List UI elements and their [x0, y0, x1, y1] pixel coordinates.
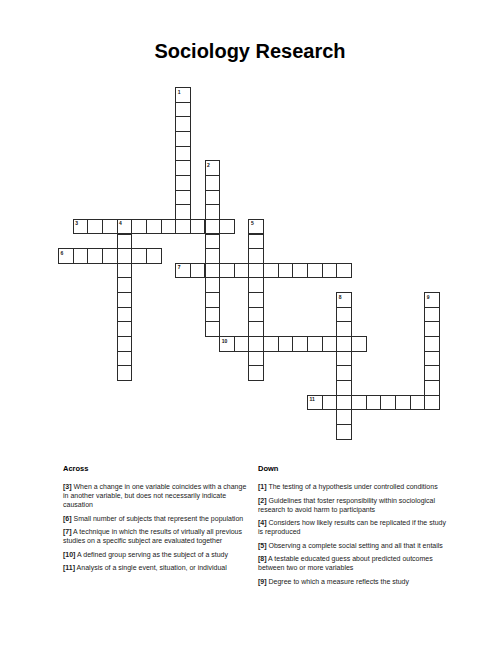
clue-number-label: [7]	[63, 528, 72, 535]
grid-cell[interactable]	[190, 263, 206, 279]
clue-item: [1] The testing of a hypothesis under co…	[258, 482, 448, 491]
down-clues-section: Down [1] The testing of a hypothesis und…	[258, 464, 448, 590]
grid-cell[interactable]	[424, 365, 440, 381]
across-clues-section: Across [3] When a change in one variable…	[63, 464, 253, 577]
grid-cell[interactable]	[351, 336, 367, 352]
grid-cell[interactable]	[248, 307, 264, 323]
clue-item: [3] When a change in one variable coinci…	[63, 482, 253, 509]
grid-cell[interactable]	[336, 424, 352, 440]
clue-number-label: [11]	[63, 564, 75, 571]
grid-cell[interactable]	[205, 175, 221, 191]
grid-cell[interactable]	[366, 395, 382, 411]
across-clue-list: [3] When a change in one variable coinci…	[63, 482, 253, 572]
grid-cell[interactable]	[424, 351, 440, 367]
grid-cell[interactable]	[248, 321, 264, 337]
clue-number-label: [8]	[258, 555, 267, 562]
grid-cell[interactable]	[351, 395, 367, 411]
grid-cell[interactable]	[205, 321, 221, 337]
clue-number-label: [3]	[63, 483, 72, 490]
grid-cell[interactable]	[234, 263, 250, 279]
grid-cell[interactable]	[336, 351, 352, 367]
grid-cell[interactable]	[117, 263, 133, 279]
grid-cell[interactable]	[131, 219, 147, 235]
grid-cell[interactable]	[322, 263, 338, 279]
grid-cell[interactable]	[205, 263, 221, 279]
grid-cell[interactable]	[146, 248, 162, 264]
clue-item: [10] A defined group serving as the subj…	[63, 550, 253, 559]
grid-cell[interactable]	[322, 395, 338, 411]
grid-cell[interactable]	[205, 219, 221, 235]
clue-number: 7	[178, 264, 181, 270]
grid-cell[interactable]	[87, 219, 103, 235]
across-header: Across	[63, 464, 253, 473]
grid-cell[interactable]	[424, 307, 440, 323]
grid-cell[interactable]	[205, 277, 221, 293]
grid-cell[interactable]	[263, 263, 279, 279]
grid-cell[interactable]	[336, 365, 352, 381]
grid-cell[interactable]	[175, 190, 191, 206]
grid-cell[interactable]	[205, 292, 221, 308]
grid-cell[interactable]	[234, 336, 250, 352]
clue-number-label: [4]	[258, 519, 267, 526]
grid-cell[interactable]	[219, 263, 235, 279]
clue-number-label: [5]	[258, 542, 267, 549]
grid-cell[interactable]	[248, 292, 264, 308]
grid-cell[interactable]	[205, 234, 221, 250]
grid-cell[interactable]	[73, 248, 89, 264]
grid-cell[interactable]	[248, 336, 264, 352]
grid-cell[interactable]	[117, 351, 133, 367]
grid-cell[interactable]	[131, 248, 147, 264]
grid-cell[interactable]	[146, 219, 162, 235]
puzzle-title: Sociology Research	[0, 40, 500, 63]
grid-cell[interactable]	[117, 321, 133, 337]
grid-cell[interactable]	[117, 277, 133, 293]
grid-cell[interactable]	[205, 190, 221, 206]
grid-cell[interactable]	[161, 219, 177, 235]
clue-item: [7] A technique in which the results of …	[63, 527, 253, 545]
grid-cell[interactable]	[190, 219, 206, 235]
grid-cell[interactable]	[410, 395, 426, 411]
grid-cell[interactable]	[117, 365, 133, 381]
grid-cell[interactable]	[248, 351, 264, 367]
grid-cell[interactable]	[175, 204, 191, 220]
clue-item: [8] A testable educated guess about pred…	[258, 554, 448, 572]
grid-cell[interactable]	[336, 321, 352, 337]
grid-cell[interactable]	[292, 336, 308, 352]
grid-cell[interactable]	[87, 248, 103, 264]
grid-cell[interactable]	[336, 409, 352, 425]
clue-number-label: [9]	[258, 578, 267, 585]
grid-cell[interactable]	[424, 395, 440, 411]
grid-cell[interactable]	[336, 263, 352, 279]
grid-cell[interactable]	[263, 336, 279, 352]
grid-cell[interactable]	[219, 219, 235, 235]
grid-cell[interactable]	[336, 336, 352, 352]
grid-cell[interactable]	[102, 219, 118, 235]
clue-number-label: [10]	[63, 551, 75, 558]
clue-number: 2	[207, 162, 210, 168]
clue-number-label: [1]	[258, 483, 267, 490]
down-clue-list: [1] The testing of a hypothesis under co…	[258, 482, 448, 586]
grid-cell[interactable]	[292, 263, 308, 279]
clue-number: 1	[178, 89, 181, 95]
grid-cell[interactable]	[248, 263, 264, 279]
grid-cell[interactable]	[336, 395, 352, 411]
crossword-grid: 1234567891011	[58, 87, 440, 440]
grid-cell[interactable]	[278, 336, 294, 352]
clue-number-label: [6]	[63, 515, 72, 522]
grid-cell[interactable]	[307, 263, 323, 279]
clue-number: 11	[310, 396, 315, 402]
grid-cell[interactable]	[336, 380, 352, 396]
grid-cell[interactable]	[307, 336, 323, 352]
clue-number: 10	[222, 338, 228, 344]
grid-cell[interactable]	[117, 292, 133, 308]
grid-cell[interactable]	[175, 175, 191, 191]
grid-cell[interactable]	[248, 277, 264, 293]
clue-item: [4] Considers how likely results can be …	[258, 518, 448, 536]
clue-item: [6] Small number of subjects that repres…	[63, 514, 253, 523]
grid-cell[interactable]	[175, 146, 191, 162]
grid-cell[interactable]	[380, 395, 396, 411]
puzzle-page: Sociology Research 1234567891011 Across …	[0, 0, 500, 647]
down-header: Down	[258, 464, 448, 473]
grid-cell[interactable]	[102, 248, 118, 264]
clue-number: 3	[75, 220, 78, 226]
grid-cell[interactable]	[175, 131, 191, 147]
clue-number: 5	[251, 220, 254, 226]
grid-cell[interactable]	[248, 365, 264, 381]
grid-cell[interactable]	[205, 248, 221, 264]
grid-cell[interactable]	[117, 234, 133, 250]
grid-cell[interactable]	[395, 395, 411, 411]
clue-item: [11] Analysis of a single event, situati…	[63, 563, 253, 572]
grid-cell[interactable]	[322, 336, 338, 352]
clue-item: [2] Guidelines that foster responsibilit…	[258, 496, 448, 514]
grid-cell[interactable]	[117, 336, 133, 352]
grid-cell[interactable]	[175, 160, 191, 176]
clue-number: 6	[61, 250, 64, 256]
clue-number: 9	[427, 294, 430, 300]
grid-cell[interactable]	[117, 307, 133, 323]
clue-item: [9] Degree to which a measure reflects t…	[258, 577, 448, 586]
grid-cell[interactable]	[175, 219, 191, 235]
grid-cell[interactable]	[175, 116, 191, 132]
clue-number: 4	[119, 220, 122, 226]
grid-cell[interactable]	[117, 248, 133, 264]
clue-number: 8	[339, 294, 342, 300]
grid-cell[interactable]	[336, 307, 352, 323]
grid-cell[interactable]	[248, 234, 264, 250]
grid-cell[interactable]	[248, 248, 264, 264]
clue-item: [5] Observing a complete social setting …	[258, 541, 448, 550]
grid-cell[interactable]	[175, 102, 191, 118]
grid-cell[interactable]	[424, 336, 440, 352]
clue-number-label: [2]	[258, 497, 267, 504]
grid-cell[interactable]	[424, 380, 440, 396]
grid-cell[interactable]	[205, 307, 221, 323]
grid-cell[interactable]	[278, 263, 294, 279]
grid-cell[interactable]	[205, 204, 221, 220]
grid-cell[interactable]	[424, 321, 440, 337]
